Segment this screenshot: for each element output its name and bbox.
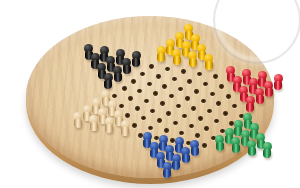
peg-black[interactable] — [103, 73, 113, 89]
hole[interactable] — [216, 101, 221, 106]
hole[interactable] — [137, 89, 142, 94]
peg-green[interactable] — [262, 142, 272, 158]
peg-yellow[interactable] — [188, 51, 198, 67]
peg-natural[interactable] — [73, 112, 83, 128]
hole[interactable] — [219, 84, 224, 89]
hole[interactable] — [213, 74, 218, 79]
peg-green[interactable] — [247, 140, 257, 156]
hole[interactable] — [157, 118, 162, 123]
peg-natural[interactable] — [120, 120, 130, 136]
hole[interactable] — [135, 106, 140, 111]
hole[interactable] — [169, 94, 174, 99]
hole[interactable] — [198, 116, 203, 121]
hole[interactable] — [232, 104, 237, 109]
hole[interactable] — [160, 101, 165, 106]
hole[interactable] — [119, 104, 124, 109]
peg-green[interactable] — [215, 135, 225, 151]
hole[interactable] — [182, 114, 187, 119]
hole[interactable] — [202, 143, 207, 148]
hole[interactable] — [207, 109, 212, 114]
hole[interactable] — [122, 86, 127, 91]
hole[interactable] — [128, 96, 133, 101]
hole[interactable] — [214, 119, 219, 124]
peg-blue[interactable] — [162, 162, 172, 178]
hole[interactable] — [197, 72, 202, 77]
hole[interactable] — [178, 87, 183, 92]
peg-red[interactable] — [264, 81, 274, 97]
hole[interactable] — [176, 104, 181, 109]
peg-red[interactable] — [245, 96, 255, 112]
hole[interactable] — [173, 121, 178, 126]
hole[interactable] — [185, 96, 190, 101]
peg-black[interactable] — [131, 51, 141, 67]
peg-red[interactable] — [255, 88, 265, 104]
hole[interactable] — [187, 79, 192, 84]
hole[interactable] — [189, 124, 194, 129]
peg-natural[interactable] — [104, 117, 114, 133]
peg-blue[interactable] — [190, 140, 200, 156]
peg-blue[interactable] — [171, 154, 181, 170]
hole[interactable] — [194, 89, 199, 94]
hole[interactable] — [165, 67, 170, 72]
hole[interactable] — [141, 116, 146, 121]
hole[interactable] — [226, 94, 231, 99]
hole[interactable] — [149, 64, 154, 69]
hole[interactable] — [131, 79, 136, 84]
hole[interactable] — [147, 82, 152, 87]
hole[interactable] — [150, 109, 155, 114]
hole[interactable] — [201, 99, 206, 104]
hole[interactable] — [204, 126, 209, 131]
hole[interactable] — [140, 72, 145, 77]
hole[interactable] — [125, 113, 130, 118]
hole[interactable] — [223, 111, 228, 116]
peg-black[interactable] — [113, 66, 123, 82]
hole[interactable] — [164, 128, 169, 133]
hole[interactable] — [156, 74, 161, 79]
hole[interactable] — [153, 91, 158, 96]
hole[interactable] — [203, 82, 208, 87]
hole[interactable] — [195, 133, 200, 138]
hole[interactable] — [148, 126, 153, 131]
hole[interactable] — [191, 106, 196, 111]
peg-yellow[interactable] — [172, 49, 182, 65]
hole[interactable] — [179, 131, 184, 136]
hole[interactable] — [181, 69, 186, 74]
hole[interactable] — [166, 111, 171, 116]
hole[interactable] — [162, 84, 167, 89]
hole[interactable] — [112, 94, 117, 99]
peg-natural[interactable] — [89, 115, 99, 131]
hole[interactable] — [144, 99, 149, 104]
peg-yellow[interactable] — [204, 54, 214, 70]
peg-green[interactable] — [231, 137, 241, 153]
peg-red[interactable] — [273, 74, 283, 90]
peg-blue[interactable] — [181, 147, 191, 163]
chinese-checkers-photo — [0, 0, 300, 188]
peg-yellow[interactable] — [156, 46, 166, 62]
peg-black[interactable] — [122, 58, 132, 74]
hole[interactable] — [210, 92, 215, 97]
hole[interactable] — [132, 123, 137, 128]
hole[interactable] — [172, 77, 177, 82]
